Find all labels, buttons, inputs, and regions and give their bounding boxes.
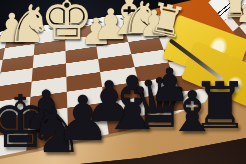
white-pawn-5[interactable]: ♟ <box>236 2 246 26</box>
black-rook[interactable]: ♜ <box>191 74 246 138</box>
chess-photo-scene: abcdefgh12345678 ♚♟♞♟♟♝♛♟♝♜♟♞♚♟♟♝♞♟♜♜♟ <box>0 0 246 164</box>
